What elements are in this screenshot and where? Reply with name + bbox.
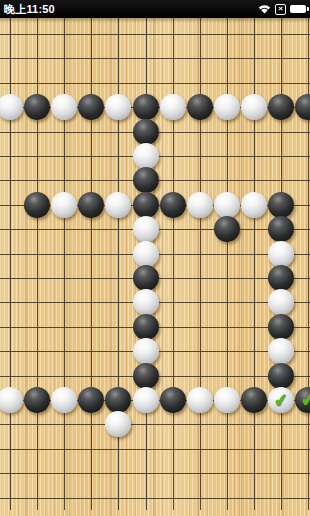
board-vline (254, 18, 255, 510)
wifi-icon (258, 4, 271, 14)
white-stone[interactable] (268, 338, 294, 364)
status-bar-shadow (0, 18, 310, 23)
white-stone[interactable] (268, 241, 294, 267)
board-hline (0, 449, 310, 450)
check-icon: ✔ (293, 385, 310, 414)
black-stone[interactable] (133, 265, 159, 291)
board-hline (0, 424, 310, 425)
white-stone[interactable] (214, 387, 240, 413)
white-stone[interactable] (105, 94, 131, 120)
white-stone[interactable] (133, 387, 159, 413)
white-stone[interactable] (133, 289, 159, 315)
phone-screen: 晚上11:50 × ✔✔ (0, 0, 310, 516)
sim-x-icon: × (275, 4, 286, 15)
black-stone[interactable] (133, 314, 159, 340)
black-stone[interactable] (24, 387, 50, 413)
white-stone[interactable] (105, 192, 131, 218)
board-vline (10, 18, 11, 510)
white-stone[interactable] (268, 289, 294, 315)
go-board[interactable]: ✔✔ (0, 18, 310, 516)
black-stone[interactable] (268, 265, 294, 291)
white-stone[interactable] (241, 192, 267, 218)
black-stone[interactable] (295, 94, 310, 120)
white-stone[interactable] (51, 94, 77, 120)
white-stone[interactable] (133, 338, 159, 364)
white-stone[interactable] (51, 192, 77, 218)
black-stone[interactable] (268, 94, 294, 120)
black-stone[interactable] (133, 363, 159, 389)
black-stone[interactable] (133, 94, 159, 120)
board-vline (173, 18, 174, 510)
white-stone[interactable] (0, 387, 23, 413)
battery-icon (290, 5, 306, 13)
white-stone[interactable] (160, 94, 186, 120)
black-stone[interactable] (241, 387, 267, 413)
white-stone[interactable] (105, 411, 131, 437)
black-stone[interactable] (268, 314, 294, 340)
board-hline (0, 498, 310, 499)
white-stone[interactable] (214, 192, 240, 218)
white-stone[interactable] (187, 192, 213, 218)
board-vline (64, 18, 65, 510)
black-stone[interactable] (105, 387, 131, 413)
black-stone[interactable] (24, 94, 50, 120)
black-stone[interactable] (133, 167, 159, 193)
white-stone[interactable] (133, 241, 159, 267)
black-stone[interactable] (133, 192, 159, 218)
board-hline (0, 83, 310, 84)
white-stone[interactable] (133, 143, 159, 169)
white-stone[interactable]: ✔ (268, 387, 294, 413)
black-stone[interactable]: ✔ (295, 387, 310, 413)
check-icon: ✔ (266, 385, 295, 414)
black-stone[interactable] (78, 94, 104, 120)
board-vline (91, 18, 92, 510)
status-icons: × (258, 4, 306, 15)
black-stone[interactable] (133, 119, 159, 145)
board-vline (227, 18, 228, 510)
black-stone[interactable] (160, 387, 186, 413)
board-hline (0, 34, 310, 35)
white-stone[interactable] (133, 216, 159, 242)
board-vline (308, 18, 309, 510)
white-stone[interactable] (214, 94, 240, 120)
status-time: 晚上11:50 (4, 2, 55, 17)
black-stone[interactable] (160, 192, 186, 218)
white-stone[interactable] (187, 387, 213, 413)
board-hline (0, 58, 310, 59)
sim-x-label: × (278, 5, 283, 13)
black-stone[interactable] (78, 387, 104, 413)
black-stone[interactable] (24, 192, 50, 218)
black-stone[interactable] (214, 216, 240, 242)
board-vline (200, 18, 201, 510)
white-stone[interactable] (51, 387, 77, 413)
status-bar: 晚上11:50 × (0, 0, 310, 18)
board-vline (37, 18, 38, 510)
white-stone[interactable] (0, 94, 23, 120)
white-stone[interactable] (241, 94, 267, 120)
board-hline (0, 473, 310, 474)
black-stone[interactable] (268, 216, 294, 242)
black-stone[interactable] (187, 94, 213, 120)
black-stone[interactable] (78, 192, 104, 218)
black-stone[interactable] (268, 192, 294, 218)
